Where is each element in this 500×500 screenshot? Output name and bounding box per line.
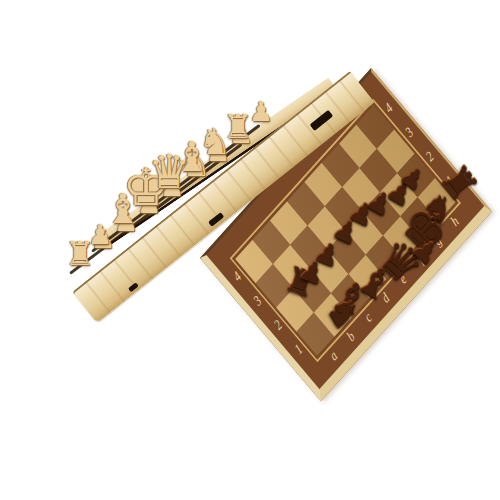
hinge-slot (128, 282, 139, 292)
hinge-slot (310, 110, 334, 131)
product-photo: abcdefgh44332211 ♜♞♚♛♝♝♞♜♟♟♟♟♟♟♟♟♜♟♟♟♟♞♟… (0, 0, 500, 500)
hinge-slot (208, 212, 224, 227)
